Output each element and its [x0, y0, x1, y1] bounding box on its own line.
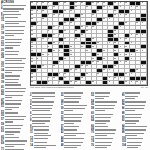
cell-number-mark [64, 30, 66, 31]
newspaper-crossword-page: { "game": "crossword", "puzzle": {"type"… [0, 0, 150, 150]
clue-text-bar [125, 126, 147, 127]
clue-item: 65 [1, 137, 28, 140]
clue-item: 38 [1, 78, 28, 81]
clue-text-bar [95, 120, 110, 121]
clue-item: 8 [1, 14, 28, 17]
clue-text-line [32, 104, 57, 107]
clue-item: 1 [1, 5, 28, 8]
cell-number-mark [125, 54, 127, 55]
cell-number-mark [48, 38, 50, 39]
clue-item: 4 [1, 8, 28, 13]
clue-text-line [95, 129, 119, 132]
cell-number-mark [109, 42, 111, 43]
clue-item: 45 [1, 94, 28, 99]
clue-text-bar [95, 98, 105, 99]
cell-number-mark [131, 6, 133, 7]
clue-text-bar [5, 54, 18, 55]
clue-text-bar [5, 134, 14, 135]
clue-text-bar [5, 103, 21, 104]
cell-number-mark [75, 18, 77, 19]
clue-text-bar [5, 95, 24, 96]
clue-text-line [95, 104, 119, 107]
clue-item: 1 [30, 92, 58, 95]
cell-number-mark [31, 73, 33, 74]
clue-number: 35 [61, 120, 64, 122]
cell-number-mark [37, 69, 39, 70]
clue-text-bar [95, 142, 112, 143]
cell-number-mark [136, 50, 138, 51]
clue-text-bar [5, 79, 19, 80]
cell-number-mark [103, 50, 105, 51]
clue-number: 52 [91, 95, 94, 97]
cell-number-mark [120, 2, 122, 3]
cell-number-mark [64, 73, 66, 74]
cell-number-mark [120, 6, 122, 7]
clue-text-bar [5, 144, 26, 145]
clue-text-bar [32, 105, 53, 106]
cell-number-mark [42, 38, 44, 39]
clue-number: 8 [30, 120, 31, 122]
clue-text-line [64, 138, 88, 141]
cell-number-mark [103, 69, 105, 70]
clue-item: 70 [91, 132, 119, 137]
clue-number: 57 [1, 119, 4, 121]
cell-number-mark [86, 50, 88, 51]
cell-number-mark [31, 58, 33, 59]
clue-text-line [95, 95, 119, 100]
clue-text-bar [32, 92, 55, 93]
clue-text-bar [95, 123, 106, 124]
clue-item: 35 [61, 120, 89, 125]
clue-text-line [127, 145, 149, 150]
clue-item: 34 [1, 70, 28, 75]
clue-text-line [95, 101, 119, 104]
clue-text-bar [3, 5, 26, 6]
clue-text-line [32, 126, 57, 129]
clue-text-bar [95, 126, 109, 127]
clue-item: 47 [1, 100, 28, 103]
clue-number: 63 [1, 131, 4, 133]
clue-text-bar [125, 133, 144, 134]
clue-text-line [125, 132, 149, 137]
cell-number-mark [92, 58, 94, 59]
clue-text-line [5, 45, 28, 50]
cell-number-mark [59, 26, 61, 27]
clue-item: 48 [61, 145, 89, 150]
clue-text-bar [34, 147, 46, 148]
cell-number-mark [31, 42, 33, 43]
clue-text-bar [32, 120, 50, 121]
clue-text-line [5, 26, 28, 29]
clue-item: 51 [1, 106, 28, 111]
clue-text-bar [5, 67, 24, 68]
clue-text-bar [95, 110, 105, 111]
clue-text-line [5, 119, 28, 124]
clue-text-line [95, 138, 119, 141]
clue-item: 10 [30, 129, 58, 132]
cell-number-mark [125, 2, 127, 3]
clue-text-bar [5, 26, 25, 27]
clue-text-bar [5, 51, 19, 52]
clue-item: 39 [1, 82, 28, 87]
clue-text-line [95, 126, 119, 129]
clue-text-line [5, 94, 28, 99]
cell-number-mark [42, 54, 44, 55]
cell-number-mark [120, 14, 122, 15]
cell-number-mark [125, 38, 127, 39]
cell-number-mark [131, 10, 133, 11]
clue-text-line [125, 95, 149, 100]
clue-text-bar [34, 133, 49, 134]
cell-number-mark [31, 10, 33, 11]
clue-text-bar [95, 117, 111, 118]
cell-number-mark [31, 18, 33, 19]
clue-text-line [5, 20, 28, 25]
clue-text-bar [64, 147, 77, 148]
clue-item: 20 [1, 38, 28, 41]
clue-text-line [5, 42, 28, 45]
clue-item: 22 [61, 95, 89, 100]
clue-item: 6 [30, 113, 58, 116]
clue-text-line [5, 91, 28, 94]
clue-item: 86 [122, 108, 150, 113]
clue-item: 76 [91, 145, 119, 150]
clue-text-line [32, 101, 57, 104]
clue-text-bar [5, 39, 22, 40]
cell-number-mark [53, 42, 55, 43]
clue-text-line [125, 92, 149, 95]
clue-text-bar [125, 120, 139, 121]
clue-text-line [64, 141, 88, 144]
clue-item: 15 [1, 20, 28, 25]
cell-number-mark [92, 46, 94, 47]
clue-number: 76 [91, 145, 94, 147]
clue-text-bar [5, 140, 27, 141]
clue-text-line [3, 14, 28, 17]
cell-number-mark [103, 2, 105, 3]
clue-text-bar [5, 119, 25, 120]
clue-text-bar [125, 101, 146, 102]
clue-text-bar [64, 108, 85, 109]
clue-text-line [64, 95, 88, 100]
clue-text-line [5, 75, 28, 78]
cell-number-mark [109, 77, 111, 78]
cell-number-mark [59, 14, 61, 15]
clue-text-bar [5, 72, 12, 73]
clue-text-bar [95, 92, 110, 93]
cell-number-mark [114, 58, 116, 59]
cell-number-mark [142, 2, 144, 3]
clue-item: 28 [1, 57, 28, 62]
clue-item: 2 [30, 95, 58, 100]
clue-number: 69 [1, 143, 4, 145]
cell-number-mark [125, 22, 127, 23]
cell-number-mark [120, 46, 122, 47]
clue-number: 70 [91, 132, 94, 134]
cell-number-mark [86, 73, 88, 74]
clue-number: 11 [30, 132, 33, 134]
clue-text-bar [95, 147, 108, 148]
clue-item: 32 [61, 113, 89, 116]
clue-text-bar [64, 105, 86, 106]
cell-number-mark [114, 65, 116, 66]
cell-number-mark [81, 34, 83, 35]
clue-text-bar [125, 117, 140, 118]
clue-item: 3 [30, 101, 58, 104]
cell-number-mark [86, 30, 88, 31]
clue-item: 62 [91, 117, 119, 120]
cell-number-mark [109, 81, 111, 82]
cell-number-mark [97, 73, 99, 74]
cell-number-mark [75, 6, 77, 7]
cell-number-mark [81, 14, 83, 15]
cell-number-mark [37, 2, 39, 3]
clue-number: 98 [122, 132, 125, 134]
cell-number-mark [37, 22, 39, 23]
clue-text-line [64, 145, 88, 150]
clue-item: 29 [61, 108, 89, 113]
clue-item: 5 [30, 108, 58, 113]
clue-text-bar [125, 135, 137, 136]
clue-item: 69 [1, 143, 28, 148]
clue-item: 44 [61, 138, 89, 141]
cell-number-mark [75, 69, 77, 70]
clue-number: 92 [122, 120, 125, 122]
clue-item: 11 [30, 132, 58, 137]
clue-text-bar [95, 114, 113, 115]
clue-number: 80 [122, 95, 125, 97]
cell-number-mark [53, 14, 55, 15]
clue-item: 60 [91, 113, 119, 116]
clue-text-bar [125, 96, 138, 97]
clue-text-line [127, 138, 149, 141]
clue-item: 59 [1, 124, 28, 127]
cell-number-mark [70, 10, 72, 11]
cell-number-mark [125, 46, 127, 47]
clue-text-line [95, 120, 119, 125]
clue-text-bar [64, 96, 80, 97]
clue-text-line [125, 113, 149, 116]
clue-text-bar [5, 128, 22, 129]
cell-number-mark [142, 50, 144, 51]
clue-text-bar [95, 138, 114, 139]
clue-item: 19 [61, 92, 89, 95]
clue-item: 88 [122, 113, 150, 116]
cell-number-mark [70, 22, 72, 23]
cell-number-mark [64, 2, 66, 3]
cell-number-mark [131, 34, 133, 35]
clue-text-bar [5, 137, 19, 138]
cell-number-mark [70, 69, 72, 70]
clue-item: 55 [1, 115, 28, 118]
clue-text-bar [64, 120, 81, 121]
clue-item: 37 [61, 126, 89, 129]
clue-item: 50 [91, 92, 119, 95]
clue-number: 4 [1, 8, 2, 10]
clue-text-bar [125, 123, 136, 124]
clue-text-bar [5, 17, 19, 18]
clues-column-1: 1234567891011121314 [30, 92, 58, 150]
cell-number-mark [125, 61, 127, 62]
clue-item: 23 [1, 45, 28, 50]
clue-text-bar [5, 149, 24, 150]
clue-item: 80 [122, 95, 150, 100]
cell-number-mark [64, 22, 66, 23]
clue-text-bar [64, 123, 74, 124]
cell-number-mark [92, 38, 94, 39]
clue-text-line [5, 143, 28, 148]
clue-item: 8 [30, 120, 58, 125]
clue-item: 13 [30, 141, 58, 144]
clue-text-line [32, 113, 57, 116]
clue-text-bar [64, 135, 76, 136]
clue-text-bar [5, 109, 13, 110]
across-heading: ACROSS [1, 0, 28, 4]
cell-number-mark [59, 73, 61, 74]
clue-text-bar [125, 114, 142, 115]
clue-text-line [5, 63, 28, 66]
cell-number-mark [31, 50, 33, 51]
clue-text-bar [32, 110, 50, 111]
cell-number-mark [48, 81, 50, 82]
clue-text-line [95, 108, 119, 113]
clue-text-line [125, 129, 149, 132]
clue-item: 41 [1, 87, 28, 90]
cell-number-mark [81, 2, 83, 3]
clue-number: 14 [30, 145, 33, 147]
clue-item: 14 [30, 145, 58, 150]
clue-text-bar [125, 110, 135, 111]
clue-text-line [5, 128, 28, 131]
clue-text-line [95, 132, 119, 137]
cell-number-mark [120, 54, 122, 55]
cell-number-mark [48, 2, 50, 3]
clue-number: 23 [1, 45, 4, 47]
clue-item: 66 [91, 126, 119, 129]
clue-text-bar [5, 84, 22, 85]
clue-item: 52 [91, 95, 119, 100]
clue-text-line [34, 132, 58, 137]
clue-text-bar [34, 138, 48, 139]
cell-number-mark [142, 81, 144, 82]
cell-number-mark [92, 26, 94, 27]
cell-number-mark [92, 14, 94, 15]
cell-number-mark [120, 26, 122, 27]
clue-text-bar [3, 14, 21, 15]
cell-number-mark [75, 81, 77, 82]
clues-column-2: 1922242729323335374042444648 [61, 92, 89, 150]
clue-text-line [5, 82, 28, 87]
clue-item: 17 [1, 29, 28, 32]
clue-item: 7 [30, 117, 58, 120]
clue-item: 56 [91, 104, 119, 107]
clue-text-bar [5, 35, 14, 36]
clue-text-bar [5, 30, 25, 31]
cell-number-mark [53, 77, 55, 78]
cell-number-mark [136, 81, 138, 82]
cell-number-mark [31, 14, 33, 15]
clue-text-bar [64, 114, 83, 115]
cell-number-mark [37, 58, 39, 59]
cell-number-mark [70, 46, 72, 47]
clue-text-line [5, 50, 28, 53]
cell-number-mark [114, 34, 116, 35]
clue-text-bar [127, 142, 142, 143]
cell-number-mark [125, 81, 127, 82]
cell-number-mark [53, 50, 55, 51]
cell-number-mark [53, 26, 55, 27]
cell-number-mark [75, 2, 77, 3]
cell-number-mark [109, 69, 111, 70]
clue-text-bar [127, 145, 141, 146]
clue-text-line [95, 92, 119, 95]
clue-text-line [5, 103, 28, 106]
cell-number-mark [142, 22, 144, 23]
clue-text-bar [32, 114, 51, 115]
clue-text-line [127, 141, 149, 144]
cell-number-mark [97, 42, 99, 43]
clue-item: 27 [61, 104, 89, 107]
crossword-grid [30, 1, 148, 86]
cell-number-mark [70, 54, 72, 55]
clue-text-bar [95, 129, 117, 130]
cell-number-mark [31, 30, 33, 31]
clue-text-line [64, 120, 88, 125]
clue-text-line [64, 104, 88, 107]
cell-number-mark [103, 58, 105, 59]
clue-text-line [125, 108, 149, 113]
clue-number: 58 [91, 108, 94, 110]
cell-number-mark [131, 42, 133, 43]
cell-number-mark [48, 6, 50, 7]
clue-item: 40 [61, 129, 89, 132]
clue-text-bar [34, 142, 47, 143]
clue-text-line [125, 120, 149, 125]
cell-number-mark [53, 34, 55, 35]
clue-text-bar [95, 133, 115, 134]
clue-text-line [5, 115, 28, 118]
clue-item: 24 [61, 101, 89, 104]
clue-item: 82 [122, 101, 150, 104]
clue-text-bar [3, 11, 18, 12]
cell-number-mark [131, 58, 133, 59]
cell-number-mark [131, 73, 133, 74]
clue-item: 92 [122, 120, 150, 125]
clue-text-line [3, 8, 28, 13]
cell-number-mark [31, 26, 33, 27]
clue-number: 64 [91, 120, 94, 122]
down-clues-columns: 1234567891011121314 19222427293233353740… [30, 92, 149, 150]
cell-number-mark [120, 38, 122, 39]
cell-number-mark [59, 34, 61, 35]
cell-number-mark [136, 34, 138, 35]
cell-number-mark [97, 61, 99, 62]
clue-text-line [5, 54, 28, 57]
cell-number-mark [42, 10, 44, 11]
clue-item: 94 [122, 126, 150, 129]
clue-item: 57 [1, 119, 28, 124]
clue-text-line [5, 33, 28, 38]
cell-number-mark [70, 50, 72, 51]
clue-item: 33 [61, 117, 89, 120]
clue-text-bar [5, 88, 26, 89]
clue-text-bar [95, 135, 107, 136]
clue-text-bar [64, 138, 84, 139]
clue-text-bar [32, 126, 49, 127]
cell-number-mark [64, 10, 66, 11]
cell-number-mark [75, 38, 77, 39]
clue-text-bar [95, 101, 117, 102]
